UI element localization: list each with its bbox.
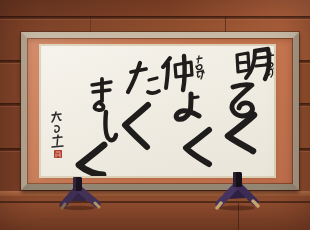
artist-signature bbox=[52, 112, 63, 147]
column-1 bbox=[228, 49, 274, 151]
lower-wall bbox=[0, 203, 310, 230]
character-mei bbox=[237, 49, 269, 79]
character-ku-1 bbox=[228, 115, 254, 151]
character-ta bbox=[128, 63, 159, 93]
column-3 bbox=[125, 63, 159, 147]
wood-plank-top bbox=[0, 0, 310, 17]
plank-groove bbox=[0, 16, 310, 19]
character-shi bbox=[105, 112, 116, 140]
character-naka bbox=[163, 56, 192, 90]
column-2 bbox=[163, 56, 209, 164]
column-4 bbox=[79, 79, 116, 175]
character-ku-2 bbox=[186, 130, 209, 164]
character-ru bbox=[232, 85, 252, 116]
calligraphy-artwork bbox=[41, 46, 274, 176]
character-ma bbox=[92, 79, 111, 110]
plank-vertical-seam bbox=[225, 17, 226, 32]
furigana-naka bbox=[196, 56, 204, 79]
photo-scene: { "scene": { "description": "Framed Japa… bbox=[0, 0, 310, 230]
character-yo bbox=[176, 94, 199, 119]
artist-seal bbox=[54, 150, 62, 158]
display-stand-right bbox=[215, 172, 261, 212]
display-stand-left bbox=[59, 177, 103, 211]
character-ku-3 bbox=[125, 105, 148, 147]
plank-vertical-seam bbox=[90, 17, 91, 32]
character-ku-4 bbox=[79, 145, 104, 175]
